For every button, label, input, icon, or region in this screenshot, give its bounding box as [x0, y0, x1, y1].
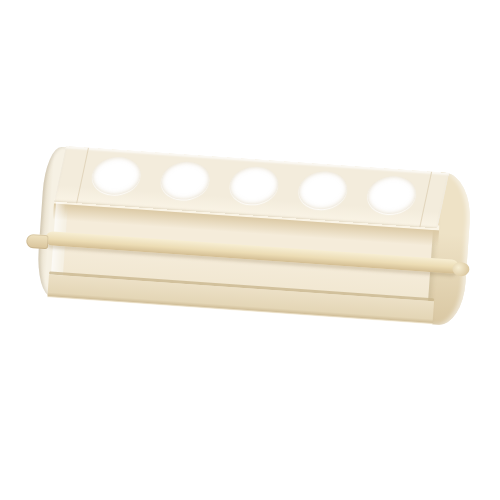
- feed-hole: [88, 155, 144, 196]
- left-peg: [26, 234, 49, 250]
- feed-hole: [295, 170, 351, 211]
- product-photo: Unfinished pale pine wooden poultry feed…: [0, 0, 500, 500]
- scene-caption: Unfinished pale pine wooden poultry feed…: [0, 0, 1, 1]
- feed-hole: [364, 175, 420, 216]
- trough-front-board: [47, 274, 434, 324]
- dowel-right-tip: [452, 262, 470, 277]
- feed-hole: [226, 165, 282, 206]
- feed-hole: [157, 160, 213, 201]
- wooden-feeder-trough: [51, 146, 473, 326]
